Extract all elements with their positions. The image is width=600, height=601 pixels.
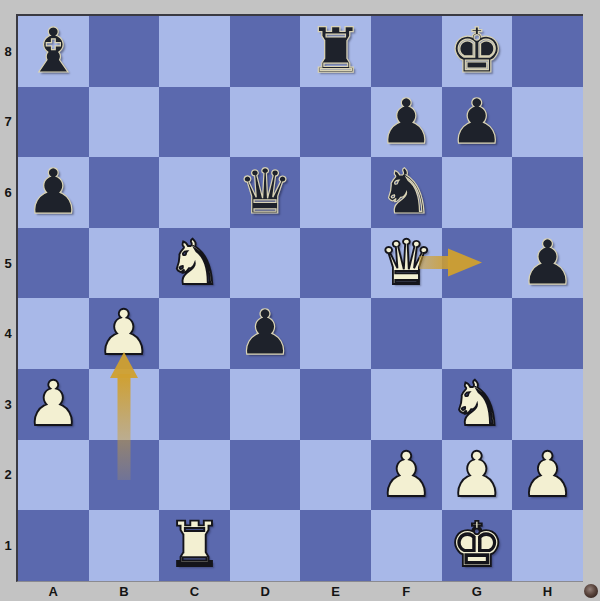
white-pawn-g2[interactable]: ♟: [449, 440, 505, 511]
white-rook-c1[interactable]: ♜: [167, 510, 223, 581]
square-h5[interactable]: ♟: [512, 228, 583, 299]
file-label-g: G: [442, 582, 513, 600]
square-h7[interactable]: [512, 87, 583, 158]
square-f2[interactable]: ♟: [371, 440, 442, 511]
file-label-c: C: [159, 582, 230, 600]
rank-label-4: 4: [0, 298, 16, 369]
board-frame: ♝♜♚♟♟♟♛♞♞♛♟♟♟♟♞♟♟♟♜♚: [16, 14, 583, 582]
white-pawn-f2[interactable]: ♟: [378, 440, 434, 511]
square-e7[interactable]: [300, 87, 371, 158]
square-a8[interactable]: ♝: [18, 16, 89, 87]
square-h2[interactable]: ♟: [512, 440, 583, 511]
square-c2[interactable]: [159, 440, 230, 511]
square-f4[interactable]: [371, 298, 442, 369]
file-label-f: F: [371, 582, 442, 600]
square-g6[interactable]: [442, 157, 513, 228]
black-bishop-a8[interactable]: ♝: [26, 16, 82, 87]
chess-diagram: 87654321 ♝♜♚♟♟♟♛♞♞♛♟♟♟♟♞♟♟♟♜♚ ABCDEFGH: [0, 0, 600, 601]
square-f5[interactable]: ♛: [371, 228, 442, 299]
rank-label-8: 8: [0, 16, 16, 87]
black-pawn-h5[interactable]: ♟: [520, 228, 576, 299]
square-b4[interactable]: ♟: [89, 298, 160, 369]
square-d2[interactable]: [230, 440, 301, 511]
black-to-move-indicator: [584, 584, 598, 598]
square-d4[interactable]: ♟: [230, 298, 301, 369]
square-f8[interactable]: [371, 16, 442, 87]
square-e2[interactable]: [300, 440, 371, 511]
square-c7[interactable]: [159, 87, 230, 158]
square-e5[interactable]: [300, 228, 371, 299]
file-label-h: H: [512, 582, 583, 600]
square-g2[interactable]: ♟: [442, 440, 513, 511]
square-h3[interactable]: [512, 369, 583, 440]
white-knight-c5[interactable]: ♞: [167, 228, 223, 299]
black-pawn-d4[interactable]: ♟: [237, 298, 293, 369]
square-e4[interactable]: [300, 298, 371, 369]
white-king-g1[interactable]: ♚: [449, 510, 505, 581]
square-g7[interactable]: ♟: [442, 87, 513, 158]
square-h1[interactable]: [512, 510, 583, 581]
black-knight-f6[interactable]: ♞: [378, 157, 434, 228]
square-g5[interactable]: [442, 228, 513, 299]
square-f6[interactable]: ♞: [371, 157, 442, 228]
file-label-d: D: [230, 582, 301, 600]
square-b5[interactable]: [89, 228, 160, 299]
square-b8[interactable]: [89, 16, 160, 87]
square-a7[interactable]: [18, 87, 89, 158]
file-label-b: B: [89, 582, 160, 600]
white-pawn-b4[interactable]: ♟: [96, 298, 152, 369]
file-label-e: E: [300, 582, 371, 600]
rank-label-3: 3: [0, 369, 16, 440]
black-queen-d6[interactable]: ♛: [237, 157, 293, 228]
square-d5[interactable]: [230, 228, 301, 299]
square-h6[interactable]: [512, 157, 583, 228]
square-a1[interactable]: [18, 510, 89, 581]
square-a5[interactable]: [18, 228, 89, 299]
white-queen-f5[interactable]: ♛: [378, 228, 434, 299]
square-c1[interactable]: ♜: [159, 510, 230, 581]
square-f3[interactable]: [371, 369, 442, 440]
square-b1[interactable]: [89, 510, 160, 581]
square-f1[interactable]: [371, 510, 442, 581]
square-d1[interactable]: [230, 510, 301, 581]
square-d6[interactable]: ♛: [230, 157, 301, 228]
black-pawn-g7[interactable]: ♟: [449, 87, 505, 158]
square-h8[interactable]: [512, 16, 583, 87]
square-g8[interactable]: ♚: [442, 16, 513, 87]
square-e3[interactable]: [300, 369, 371, 440]
square-b2[interactable]: [89, 440, 160, 511]
square-g4[interactable]: [442, 298, 513, 369]
square-a2[interactable]: [18, 440, 89, 511]
rank-label-6: 6: [0, 157, 16, 228]
square-c3[interactable]: [159, 369, 230, 440]
square-a3[interactable]: ♟: [18, 369, 89, 440]
black-rook-e8[interactable]: ♜: [308, 16, 364, 87]
square-c6[interactable]: [159, 157, 230, 228]
square-d8[interactable]: [230, 16, 301, 87]
square-c5[interactable]: ♞: [159, 228, 230, 299]
square-b3[interactable]: [89, 369, 160, 440]
square-g3[interactable]: ♞: [442, 369, 513, 440]
square-b6[interactable]: [89, 157, 160, 228]
black-pawn-f7[interactable]: ♟: [378, 87, 434, 158]
square-a6[interactable]: ♟: [18, 157, 89, 228]
square-g1[interactable]: ♚: [442, 510, 513, 581]
black-pawn-a6[interactable]: ♟: [26, 157, 82, 228]
file-label-a: A: [18, 582, 89, 600]
square-d7[interactable]: [230, 87, 301, 158]
file-labels: ABCDEFGH: [18, 582, 583, 600]
white-pawn-h2[interactable]: ♟: [520, 440, 576, 511]
white-pawn-a3[interactable]: ♟: [26, 369, 82, 440]
square-c8[interactable]: [159, 16, 230, 87]
rank-label-2: 2: [0, 440, 16, 511]
white-knight-g3[interactable]: ♞: [449, 369, 505, 440]
rank-label-1: 1: [0, 510, 16, 581]
black-king-g8[interactable]: ♚: [449, 16, 505, 87]
square-b7[interactable]: [89, 87, 160, 158]
square-f7[interactable]: ♟: [371, 87, 442, 158]
square-h4[interactable]: [512, 298, 583, 369]
square-d3[interactable]: [230, 369, 301, 440]
chess-board: ♝♜♚♟♟♟♛♞♞♛♟♟♟♟♞♟♟♟♜♚: [18, 16, 583, 581]
square-c4[interactable]: [159, 298, 230, 369]
square-a4[interactable]: [18, 298, 89, 369]
square-e8[interactable]: ♜: [300, 16, 371, 87]
rank-label-7: 7: [0, 87, 16, 158]
rank-label-5: 5: [0, 228, 16, 299]
rank-labels: 87654321: [0, 16, 16, 581]
square-e1[interactable]: [300, 510, 371, 581]
square-e6[interactable]: [300, 157, 371, 228]
